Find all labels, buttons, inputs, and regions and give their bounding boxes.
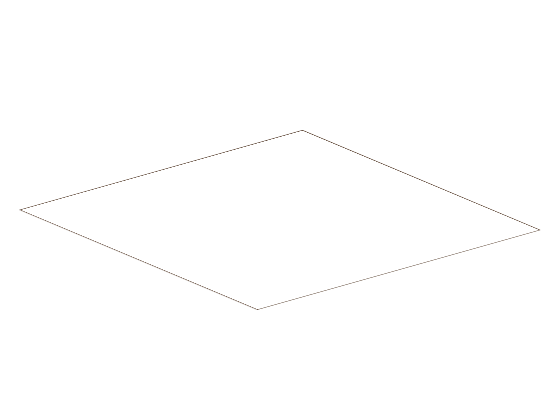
product-photo-stage (0, 0, 550, 413)
chess-board (19, 130, 540, 310)
chess-board-scene (19, 130, 540, 310)
